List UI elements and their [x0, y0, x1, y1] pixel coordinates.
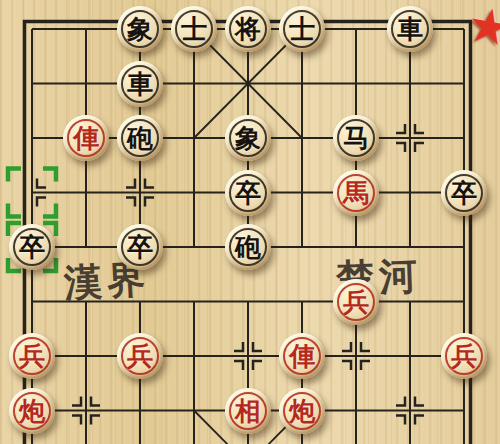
piece-red-cannon[interactable]: 炮: [279, 388, 325, 434]
piece-black-pawn[interactable]: 卒: [9, 224, 55, 270]
piece-glyph: 卒: [127, 234, 153, 260]
piece-glyph: 兵: [451, 343, 477, 369]
piece-glyph: 俥: [73, 125, 99, 151]
piece-glyph: 車: [397, 16, 423, 42]
piece-glyph: 馬: [343, 180, 369, 206]
piece-glyph: 炮: [19, 398, 45, 424]
piece-red-pawn[interactable]: 兵: [117, 333, 163, 379]
piece-glyph: 士: [181, 16, 207, 42]
piece-glyph: 俥: [289, 343, 315, 369]
xiangqi-board-screen: 漢界 楚河 ★ 象士将士車車俥砲象马卒馬卒卒卒砲兵兵兵俥兵炮相炮: [0, 0, 500, 444]
piece-glyph: 砲: [235, 234, 261, 260]
piece-black-cannon[interactable]: 砲: [117, 115, 163, 161]
piece-black-general[interactable]: 将: [225, 6, 271, 52]
piece-glyph: 卒: [19, 234, 45, 260]
piece-black-elephant[interactable]: 象: [225, 115, 271, 161]
piece-red-pawn[interactable]: 兵: [9, 333, 55, 379]
piece-black-horse[interactable]: 马: [333, 115, 379, 161]
piece-red-chariot[interactable]: 俥: [63, 115, 109, 161]
piece-red-pawn[interactable]: 兵: [333, 279, 379, 325]
board-grid[interactable]: [0, 0, 500, 444]
piece-black-advisor[interactable]: 士: [171, 6, 217, 52]
piece-black-chariot[interactable]: 車: [387, 6, 433, 52]
piece-glyph: 兵: [19, 343, 45, 369]
piece-glyph: 相: [235, 398, 261, 424]
piece-red-pawn[interactable]: 兵: [441, 333, 487, 379]
piece-glyph: 将: [235, 16, 261, 42]
piece-black-pawn[interactable]: 卒: [117, 224, 163, 270]
piece-glyph: 士: [289, 16, 315, 42]
piece-glyph: 马: [343, 125, 369, 151]
piece-red-cannon[interactable]: 炮: [9, 388, 55, 434]
piece-glyph: 兵: [127, 343, 153, 369]
piece-black-pawn[interactable]: 卒: [225, 170, 271, 216]
piece-glyph: 卒: [235, 180, 261, 206]
piece-red-horse[interactable]: 馬: [333, 170, 379, 216]
piece-glyph: 車: [127, 71, 153, 97]
piece-glyph: 象: [127, 16, 153, 42]
piece-black-advisor[interactable]: 士: [279, 6, 325, 52]
piece-black-pawn[interactable]: 卒: [441, 170, 487, 216]
piece-glyph: 炮: [289, 398, 315, 424]
piece-glyph: 砲: [127, 125, 153, 151]
piece-glyph: 兵: [343, 289, 369, 315]
piece-red-elephant[interactable]: 相: [225, 388, 271, 434]
piece-glyph: 象: [235, 125, 261, 151]
piece-glyph: 卒: [451, 180, 477, 206]
piece-black-cannon[interactable]: 砲: [225, 224, 271, 270]
piece-black-elephant[interactable]: 象: [117, 6, 163, 52]
piece-red-chariot[interactable]: 俥: [279, 333, 325, 379]
piece-black-chariot[interactable]: 車: [117, 61, 163, 107]
